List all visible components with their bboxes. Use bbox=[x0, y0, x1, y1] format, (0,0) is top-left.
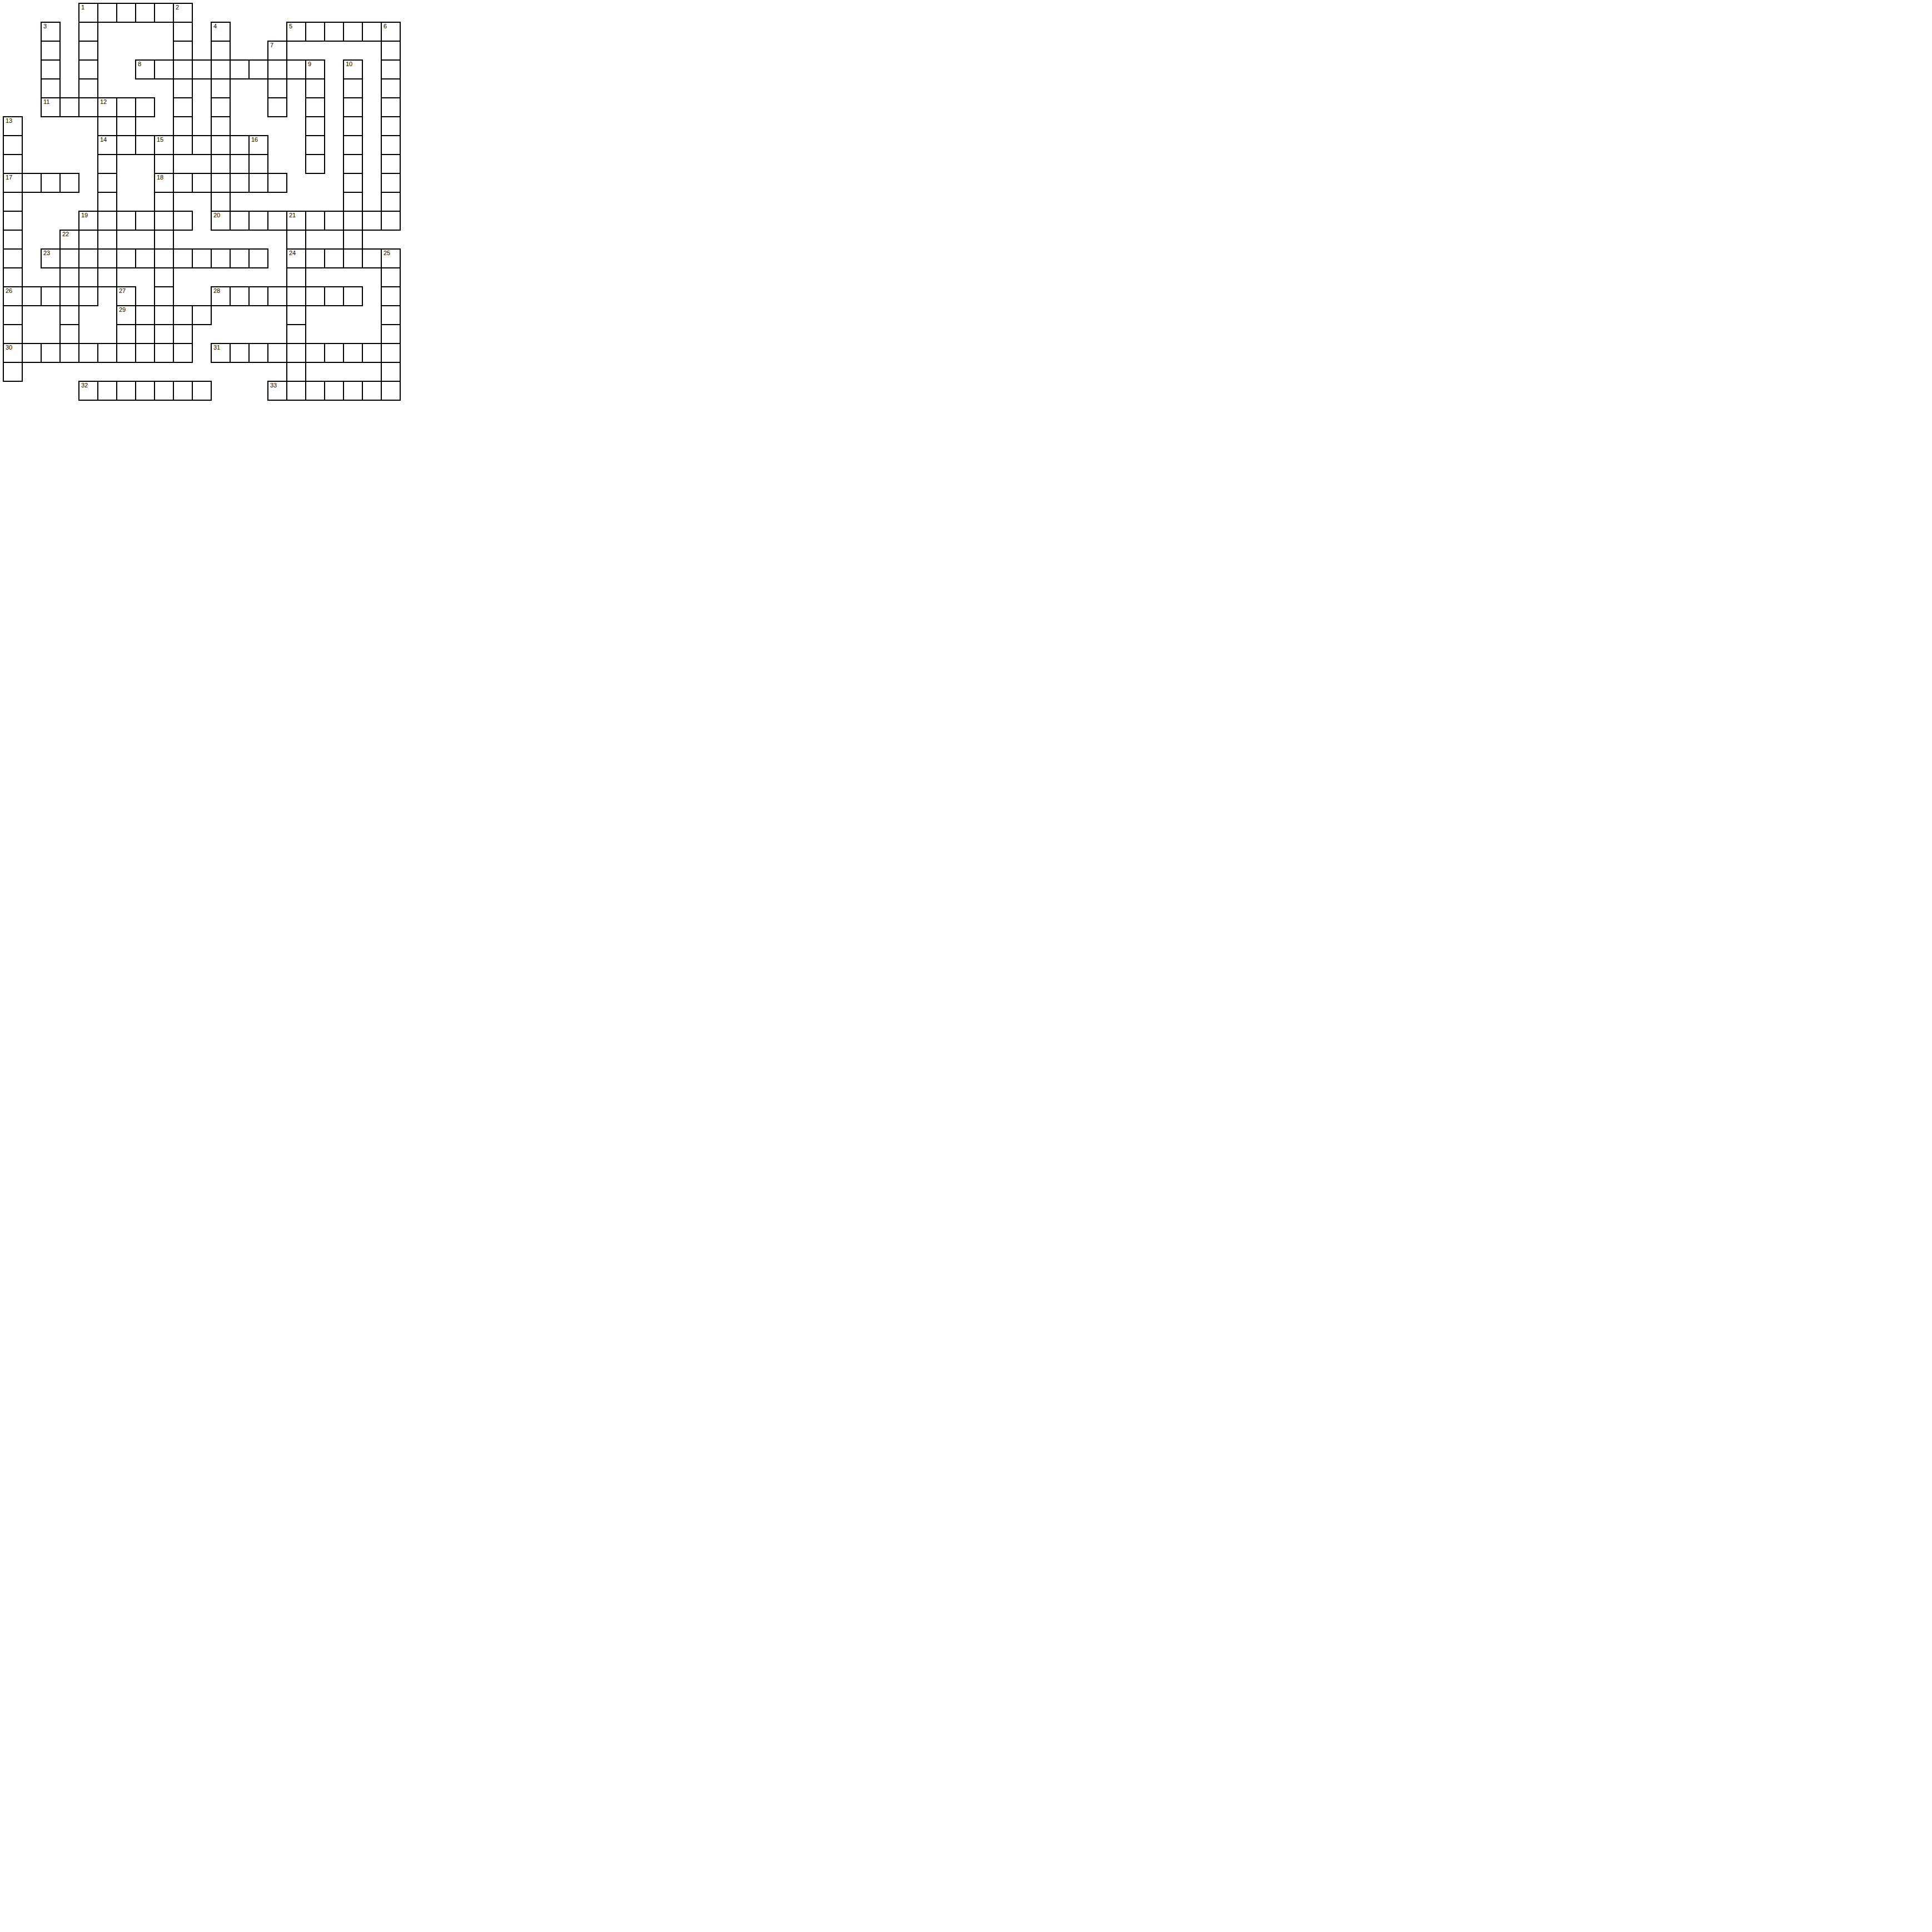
cell-r17-c9[interactable] bbox=[173, 324, 193, 344]
cell-r17-c0[interactable] bbox=[3, 324, 23, 344]
cell-r18-c12[interactable] bbox=[230, 343, 250, 363]
cell-r3-c2[interactable] bbox=[41, 59, 61, 79]
cell-r3-c14[interactable] bbox=[267, 59, 287, 79]
cell-r13-c6[interactable] bbox=[116, 248, 136, 268]
empty-r2-c10 bbox=[192, 41, 211, 60]
clue-number-6: 6 bbox=[384, 23, 387, 29]
cell-r1-c15[interactable]: 5 bbox=[286, 22, 306, 42]
cell-r9-c5[interactable] bbox=[97, 173, 117, 193]
cell-r14-c20[interactable] bbox=[381, 267, 401, 287]
cell-r6-c18[interactable] bbox=[343, 116, 363, 136]
cell-r20-c9[interactable] bbox=[173, 381, 193, 401]
cell-r15-c8[interactable] bbox=[154, 286, 174, 306]
cell-r20-c10[interactable] bbox=[192, 381, 212, 401]
cell-r13-c11[interactable] bbox=[211, 248, 231, 268]
cell-r18-c2[interactable] bbox=[41, 343, 61, 363]
cell-r11-c0[interactable] bbox=[3, 211, 23, 231]
cell-r15-c14[interactable] bbox=[267, 286, 287, 306]
cell-r18-c5[interactable] bbox=[97, 343, 117, 363]
empty-r20-c3 bbox=[60, 381, 79, 400]
cell-r12-c8[interactable] bbox=[154, 230, 174, 250]
empty-r10-c4 bbox=[79, 192, 98, 211]
cell-r8-c8[interactable] bbox=[154, 154, 174, 174]
cell-r0-c8[interactable] bbox=[154, 3, 174, 23]
cell-r0-c6[interactable] bbox=[116, 3, 136, 23]
cell-r11-c6[interactable] bbox=[116, 211, 136, 231]
clue-number-20: 20 bbox=[213, 212, 220, 218]
empty-r15-c19 bbox=[362, 287, 381, 306]
cell-r9-c20[interactable] bbox=[381, 173, 401, 193]
cell-r14-c8[interactable] bbox=[154, 267, 174, 287]
cell-r16-c15[interactable] bbox=[286, 305, 306, 325]
cell-r11-c17[interactable] bbox=[324, 211, 344, 231]
empty-r19-c16 bbox=[306, 362, 325, 381]
cell-r3-c4[interactable] bbox=[78, 59, 98, 79]
cell-r9-c2[interactable] bbox=[41, 173, 61, 193]
cell-r13-c19[interactable] bbox=[362, 248, 382, 268]
cell-r20-c7[interactable] bbox=[135, 381, 155, 401]
empty-r20-c0 bbox=[3, 381, 22, 400]
cell-r13-c13[interactable] bbox=[248, 248, 268, 268]
cell-r13-c3[interactable] bbox=[59, 248, 79, 268]
cell-r18-c7[interactable] bbox=[135, 343, 155, 363]
cell-r1-c17[interactable] bbox=[324, 22, 344, 42]
cell-r15-c15[interactable] bbox=[286, 286, 306, 306]
cell-r13-c7[interactable] bbox=[135, 248, 155, 268]
empty-r12-c14 bbox=[268, 230, 287, 249]
cell-r18-c17[interactable] bbox=[324, 343, 344, 363]
cell-r3-c16[interactable]: 9 bbox=[305, 59, 325, 79]
cell-r5-c7[interactable] bbox=[135, 97, 155, 117]
cell-r11-c18[interactable] bbox=[343, 211, 363, 231]
empty-r2-c17 bbox=[325, 41, 343, 60]
cell-r13-c16[interactable] bbox=[305, 248, 325, 268]
cell-r3-c7[interactable]: 8 bbox=[135, 59, 155, 79]
cell-r13-c2[interactable]: 23 bbox=[41, 248, 61, 268]
cell-r20-c5[interactable] bbox=[97, 381, 117, 401]
cell-r11-c5[interactable] bbox=[97, 211, 117, 231]
cell-r6-c16[interactable] bbox=[305, 116, 325, 136]
empty-r19-c9 bbox=[173, 362, 192, 381]
cell-r10-c20[interactable] bbox=[381, 192, 401, 212]
cell-r17-c20[interactable] bbox=[381, 324, 401, 344]
cell-r13-c0[interactable] bbox=[3, 248, 23, 268]
cell-r0-c5[interactable] bbox=[97, 3, 117, 23]
cell-r0-c7[interactable] bbox=[135, 3, 155, 23]
cell-r11-c4[interactable]: 19 bbox=[78, 211, 98, 231]
empty-r11-c3 bbox=[60, 211, 79, 230]
cell-r18-c4[interactable] bbox=[78, 343, 98, 363]
cell-r9-c9[interactable] bbox=[173, 173, 193, 193]
cell-r18-c20[interactable] bbox=[381, 343, 401, 363]
empty-r16-c16 bbox=[306, 306, 325, 325]
cell-r20-c4[interactable]: 32 bbox=[78, 381, 98, 401]
cell-r3-c11[interactable] bbox=[211, 59, 231, 79]
empty-r2-c12 bbox=[230, 41, 249, 60]
cell-r13-c9[interactable] bbox=[173, 248, 193, 268]
cell-r19-c20[interactable] bbox=[381, 362, 401, 382]
cell-r18-c14[interactable] bbox=[267, 343, 287, 363]
cell-r5-c6[interactable] bbox=[116, 97, 136, 117]
cell-r19-c0[interactable] bbox=[3, 362, 23, 382]
cell-r15-c11[interactable]: 28 bbox=[211, 286, 231, 306]
empty-r16-c4 bbox=[79, 306, 98, 325]
cell-r6-c5[interactable] bbox=[97, 116, 117, 136]
cell-r11-c14[interactable] bbox=[267, 211, 287, 231]
cell-r14-c4[interactable] bbox=[78, 267, 98, 287]
empty-r14-c7 bbox=[136, 268, 155, 287]
cell-r15-c12[interactable] bbox=[230, 286, 250, 306]
cell-r12-c5[interactable] bbox=[97, 230, 117, 250]
cell-r11-c8[interactable] bbox=[154, 211, 174, 231]
cell-r11-c9[interactable] bbox=[173, 211, 193, 231]
cell-r20-c15[interactable] bbox=[286, 381, 306, 401]
cell-r9-c10[interactable] bbox=[192, 173, 212, 193]
cell-r8-c20[interactable] bbox=[381, 154, 401, 174]
cell-r5-c16[interactable] bbox=[305, 97, 325, 117]
cell-r11-c7[interactable] bbox=[135, 211, 155, 231]
clue-number-2: 2 bbox=[176, 4, 179, 11]
empty-r0-c1 bbox=[22, 3, 41, 22]
cell-r4-c11[interactable] bbox=[211, 78, 231, 98]
cell-r16-c7[interactable] bbox=[135, 305, 155, 325]
cell-r13-c20[interactable]: 25 bbox=[381, 248, 401, 268]
cell-r10-c0[interactable] bbox=[3, 192, 23, 212]
cell-r7-c11[interactable] bbox=[211, 135, 231, 155]
cell-r3-c18[interactable]: 10 bbox=[343, 59, 363, 79]
cell-r9-c12[interactable] bbox=[230, 173, 250, 193]
cell-r13-c18[interactable] bbox=[343, 248, 363, 268]
cell-r3-c20[interactable] bbox=[381, 59, 401, 79]
empty-r8-c15 bbox=[287, 155, 306, 173]
cell-r4-c18[interactable] bbox=[343, 78, 363, 98]
cell-r1-c4[interactable] bbox=[78, 22, 98, 42]
cell-r13-c5[interactable] bbox=[97, 248, 117, 268]
cell-r2-c14[interactable]: 7 bbox=[267, 41, 287, 61]
cell-r0-c4[interactable]: 1 bbox=[78, 3, 98, 23]
cell-r16-c9[interactable] bbox=[173, 305, 193, 325]
cell-r10-c8[interactable] bbox=[154, 192, 174, 212]
cell-r7-c13[interactable]: 16 bbox=[248, 135, 268, 155]
cell-r5-c11[interactable] bbox=[211, 97, 231, 117]
cell-r16-c3[interactable] bbox=[59, 305, 79, 325]
cell-r7-c18[interactable] bbox=[343, 135, 363, 155]
cell-r18-c11[interactable]: 31 bbox=[211, 343, 231, 363]
cell-r11-c16[interactable] bbox=[305, 211, 325, 231]
cell-r0-c9[interactable]: 2 bbox=[173, 3, 193, 23]
empty-r16-c2 bbox=[41, 306, 60, 325]
cell-r6-c6[interactable] bbox=[116, 116, 136, 136]
cell-r8-c18[interactable] bbox=[343, 154, 363, 174]
cell-r3-c8[interactable] bbox=[154, 59, 174, 79]
cell-r12-c3[interactable]: 22 bbox=[59, 230, 79, 250]
cell-r7-c5[interactable]: 14 bbox=[97, 135, 117, 155]
cell-r18-c0[interactable]: 30 bbox=[3, 343, 23, 363]
cell-r9-c1[interactable] bbox=[22, 173, 42, 193]
cell-r15-c0[interactable]: 26 bbox=[3, 286, 23, 306]
cell-r13-c12[interactable] bbox=[230, 248, 250, 268]
clue-number-31: 31 bbox=[213, 345, 220, 351]
cell-r20-c19[interactable] bbox=[362, 381, 382, 401]
cell-r16-c10[interactable] bbox=[192, 305, 212, 325]
cell-r1-c16[interactable] bbox=[305, 22, 325, 42]
cell-r19-c15[interactable] bbox=[286, 362, 306, 382]
cell-r11-c13[interactable] bbox=[248, 211, 268, 231]
cell-r9-c11[interactable] bbox=[211, 173, 231, 193]
cell-r16-c6[interactable]: 29 bbox=[116, 305, 136, 325]
cell-r1-c19[interactable] bbox=[362, 22, 382, 42]
cell-r1-c11[interactable]: 4 bbox=[211, 22, 231, 42]
cell-r18-c6[interactable] bbox=[116, 343, 136, 363]
cell-r5-c3[interactable] bbox=[59, 97, 79, 117]
empty-r14-c18 bbox=[343, 268, 362, 287]
cell-r17-c15[interactable] bbox=[286, 324, 306, 344]
cell-r13-c15[interactable]: 24 bbox=[286, 248, 306, 268]
cell-r4-c4[interactable] bbox=[78, 78, 98, 98]
empty-r7-c1 bbox=[22, 136, 41, 155]
empty-r4-c17 bbox=[325, 79, 343, 98]
cell-r9-c18[interactable] bbox=[343, 173, 363, 193]
cell-r1-c18[interactable] bbox=[343, 22, 363, 42]
cell-r9-c14[interactable] bbox=[267, 173, 287, 193]
cell-r20-c20[interactable] bbox=[381, 381, 401, 401]
cell-r20-c18[interactable] bbox=[343, 381, 363, 401]
empty-r11-c1 bbox=[22, 211, 41, 230]
cell-r8-c16[interactable] bbox=[305, 154, 325, 174]
empty-r12-c6 bbox=[117, 230, 136, 249]
empty-r1-c5 bbox=[98, 22, 117, 41]
cell-r20-c8[interactable] bbox=[154, 381, 174, 401]
cell-r9-c8[interactable]: 18 bbox=[154, 173, 174, 193]
cell-r3-c10[interactable] bbox=[192, 59, 212, 79]
cell-r1-c2[interactable]: 3 bbox=[41, 22, 61, 42]
cell-r15-c3[interactable] bbox=[59, 286, 79, 306]
empty-r0-c10 bbox=[192, 3, 211, 22]
empty-r14-c2 bbox=[41, 268, 60, 287]
clue-number-29: 29 bbox=[119, 307, 126, 313]
clue-number-21: 21 bbox=[289, 212, 296, 218]
cell-r4-c9[interactable] bbox=[173, 78, 193, 98]
cell-r2-c11[interactable] bbox=[211, 41, 231, 61]
cell-r15-c4[interactable] bbox=[78, 286, 98, 306]
cell-r5-c9[interactable] bbox=[173, 97, 193, 117]
cell-r18-c9[interactable] bbox=[173, 343, 193, 363]
cell-r1-c20[interactable]: 6 bbox=[381, 22, 401, 42]
empty-r4-c6 bbox=[117, 79, 136, 98]
empty-r19-c13 bbox=[249, 362, 268, 381]
empty-r10-c7 bbox=[136, 192, 155, 211]
empty-r17-c12 bbox=[230, 325, 249, 343]
empty-r5-c10 bbox=[192, 98, 211, 117]
empty-r2-c16 bbox=[306, 41, 325, 60]
cell-r6-c0[interactable]: 13 bbox=[3, 116, 23, 136]
cell-r18-c8[interactable] bbox=[154, 343, 174, 363]
cell-r13-c17[interactable] bbox=[324, 248, 344, 268]
empty-r10-c15 bbox=[287, 192, 306, 211]
cell-r12-c15[interactable] bbox=[286, 230, 306, 250]
cell-r18-c1[interactable] bbox=[22, 343, 42, 363]
cell-r6-c11[interactable] bbox=[211, 116, 231, 136]
cell-r16-c0[interactable] bbox=[3, 305, 23, 325]
clue-number-10: 10 bbox=[346, 61, 352, 67]
cell-r8-c5[interactable] bbox=[97, 154, 117, 174]
cell-r14-c5[interactable] bbox=[97, 267, 117, 287]
cell-r3-c15[interactable] bbox=[286, 59, 306, 79]
empty-r1-c10 bbox=[192, 22, 211, 41]
empty-r14-c14 bbox=[268, 268, 287, 287]
empty-r19-c18 bbox=[343, 362, 362, 381]
cell-r8-c11[interactable] bbox=[211, 154, 231, 174]
cell-r20-c16[interactable] bbox=[305, 381, 325, 401]
empty-r2-c19 bbox=[362, 41, 381, 60]
cell-r3-c12[interactable] bbox=[230, 59, 250, 79]
cell-r17-c6[interactable] bbox=[116, 324, 136, 344]
cell-r15-c17[interactable] bbox=[324, 286, 344, 306]
cell-r2-c20[interactable] bbox=[381, 41, 401, 61]
empty-r7-c17 bbox=[325, 136, 343, 155]
cell-r14-c0[interactable] bbox=[3, 267, 23, 287]
cell-r7-c8[interactable]: 15 bbox=[154, 135, 174, 155]
cell-r4-c14[interactable] bbox=[267, 78, 287, 98]
cell-r7-c0[interactable] bbox=[3, 135, 23, 155]
empty-r16-c14 bbox=[268, 306, 287, 325]
cell-r9-c0[interactable]: 17 bbox=[3, 173, 23, 193]
cell-r2-c9[interactable] bbox=[173, 41, 193, 61]
cell-r13-c4[interactable] bbox=[78, 248, 98, 268]
cell-r6-c20[interactable] bbox=[381, 116, 401, 136]
cell-r11-c19[interactable] bbox=[362, 211, 382, 231]
clue-number-12: 12 bbox=[100, 99, 107, 105]
empty-r17-c18 bbox=[343, 325, 362, 343]
cell-r5-c2[interactable]: 11 bbox=[41, 97, 61, 117]
cell-r5-c4[interactable] bbox=[78, 97, 98, 117]
cell-r16-c8[interactable] bbox=[154, 305, 174, 325]
cell-r17-c3[interactable] bbox=[59, 324, 79, 344]
cell-r18-c13[interactable] bbox=[248, 343, 268, 363]
cell-r12-c0[interactable] bbox=[3, 230, 23, 250]
cell-r5-c18[interactable] bbox=[343, 97, 363, 117]
empty-r14-c11 bbox=[211, 268, 230, 287]
clue-number-7: 7 bbox=[270, 42, 273, 48]
empty-r10-c13 bbox=[249, 192, 268, 211]
cell-r3-c9[interactable] bbox=[173, 59, 193, 79]
cell-r4-c2[interactable] bbox=[41, 78, 61, 98]
cell-r15-c13[interactable] bbox=[248, 286, 268, 306]
cell-r20-c14[interactable]: 33 bbox=[267, 381, 287, 401]
cell-r3-c13[interactable] bbox=[248, 59, 268, 79]
clue-number-5: 5 bbox=[289, 23, 292, 29]
empty-r16-c17 bbox=[325, 306, 343, 325]
cell-r10-c18[interactable] bbox=[343, 192, 363, 212]
empty-r12-c2 bbox=[41, 230, 60, 249]
cell-r18-c19[interactable] bbox=[362, 343, 382, 363]
cell-r1-c9[interactable] bbox=[173, 22, 193, 42]
cell-r15-c6[interactable]: 27 bbox=[116, 286, 136, 306]
empty-r17-c5 bbox=[98, 325, 117, 343]
cell-r12-c18[interactable] bbox=[343, 230, 363, 250]
cell-r11-c15[interactable]: 21 bbox=[286, 211, 306, 231]
cell-r18-c16[interactable] bbox=[305, 343, 325, 363]
empty-r0-c11 bbox=[211, 3, 230, 22]
cell-r7-c10[interactable] bbox=[192, 135, 212, 155]
cell-r10-c5[interactable] bbox=[97, 192, 117, 212]
cell-r7-c16[interactable] bbox=[305, 135, 325, 155]
cell-r18-c18[interactable] bbox=[343, 343, 363, 363]
cell-r20-c6[interactable] bbox=[116, 381, 136, 401]
cell-r7-c9[interactable] bbox=[173, 135, 193, 155]
cell-r15-c2[interactable] bbox=[41, 286, 61, 306]
empty-r19-c2 bbox=[41, 362, 60, 381]
cell-r7-c7[interactable] bbox=[135, 135, 155, 155]
empty-r3-c6 bbox=[117, 60, 136, 79]
empty-r4-c8 bbox=[155, 79, 173, 98]
cell-r15-c1[interactable] bbox=[22, 286, 42, 306]
cell-r2-c4[interactable] bbox=[78, 41, 98, 61]
empty-r12-c9 bbox=[173, 230, 192, 249]
cell-r11-c12[interactable] bbox=[230, 211, 250, 231]
empty-r8-c9 bbox=[173, 155, 192, 173]
cell-r6-c9[interactable] bbox=[173, 116, 193, 136]
empty-r0-c14 bbox=[268, 3, 287, 22]
cell-r18-c15[interactable] bbox=[286, 343, 306, 363]
cell-r4-c20[interactable] bbox=[381, 78, 401, 98]
empty-r1-c13 bbox=[249, 22, 268, 41]
cell-r15-c18[interactable] bbox=[343, 286, 363, 306]
cell-r4-c16[interactable] bbox=[305, 78, 325, 98]
empty-r12-c10 bbox=[192, 230, 211, 249]
cell-r17-c8[interactable] bbox=[154, 324, 174, 344]
cell-r5-c20[interactable] bbox=[381, 97, 401, 117]
cell-r14-c15[interactable] bbox=[286, 267, 306, 287]
cell-r20-c17[interactable] bbox=[324, 381, 344, 401]
empty-r5-c0 bbox=[3, 98, 22, 117]
empty-r0-c18 bbox=[343, 3, 362, 22]
empty-r20-c1 bbox=[22, 381, 41, 400]
cell-r18-c3[interactable] bbox=[59, 343, 79, 363]
cell-r15-c20[interactable] bbox=[381, 286, 401, 306]
empty-r10-c3 bbox=[60, 192, 79, 211]
empty-r8-c2 bbox=[41, 155, 60, 173]
cell-r5-c5[interactable]: 12 bbox=[97, 97, 117, 117]
cell-r14-c3[interactable] bbox=[59, 267, 79, 287]
cell-r7-c12[interactable] bbox=[230, 135, 250, 155]
empty-r8-c1 bbox=[22, 155, 41, 173]
cell-r2-c2[interactable] bbox=[41, 41, 61, 61]
cell-r11-c20[interactable] bbox=[381, 211, 401, 231]
cell-r13-c8[interactable] bbox=[154, 248, 174, 268]
cell-r13-c10[interactable] bbox=[192, 248, 212, 268]
empty-r11-c10 bbox=[192, 211, 211, 230]
empty-r16-c12 bbox=[230, 306, 249, 325]
cell-r9-c13[interactable] bbox=[248, 173, 268, 193]
empty-r9-c6 bbox=[117, 173, 136, 192]
cell-r8-c13[interactable] bbox=[248, 154, 268, 174]
empty-r12-c19 bbox=[362, 230, 381, 249]
empty-r10-c12 bbox=[230, 192, 249, 211]
cell-r16-c20[interactable] bbox=[381, 305, 401, 325]
cell-r10-c11[interactable] bbox=[211, 192, 231, 212]
cell-r12-c4[interactable] bbox=[78, 230, 98, 250]
cell-r9-c3[interactable] bbox=[59, 173, 79, 193]
cell-r8-c0[interactable] bbox=[3, 154, 23, 174]
cell-r7-c6[interactable] bbox=[116, 135, 136, 155]
cell-r15-c16[interactable] bbox=[305, 286, 325, 306]
cell-r5-c14[interactable] bbox=[267, 97, 287, 117]
cell-r11-c11[interactable]: 20 bbox=[211, 211, 231, 231]
cell-r17-c7[interactable] bbox=[135, 324, 155, 344]
cell-r7-c20[interactable] bbox=[381, 135, 401, 155]
empty-r14-c6 bbox=[117, 268, 136, 287]
